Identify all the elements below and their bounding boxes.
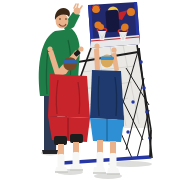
backboard [88,2,140,48]
boy-blue-shoe-right [107,168,120,174]
boy-red-knee-cuff-left [54,136,67,145]
man-shoe [42,150,58,154]
scene-canvas [0,0,180,180]
boy-blue-left-hand [94,43,99,48]
product-photo-basketball-arcade-toy [0,0,180,180]
boy-red-shoe-right [70,165,83,170]
boy-red-shoe-left [55,167,68,172]
boy-red-sock-left [58,154,65,168]
boy-blue-sock-right [110,153,117,169]
boy-blue-left-arm [94,48,100,72]
boy-red-right-hand [78,46,83,51]
boy-red-left-hand [48,47,53,52]
boy-blue-sock-left [97,152,104,168]
boy-blue-leg-right [110,141,116,155]
boy-red-knee-cuff-right [70,134,83,143]
boy-blue-headband [101,57,115,61]
ball-on-rim-left [98,24,104,30]
boy-red-jersey [48,74,90,118]
boy-blue-shoe-left [93,167,106,173]
boy-blue-jersey [90,70,124,120]
boy-red-headband [63,60,77,64]
boy-red-sock-right [73,152,80,166]
boy-blue-leg-left [97,140,103,154]
ball-on-rim-right [121,25,127,31]
boy-blue-right-hand [111,47,116,52]
